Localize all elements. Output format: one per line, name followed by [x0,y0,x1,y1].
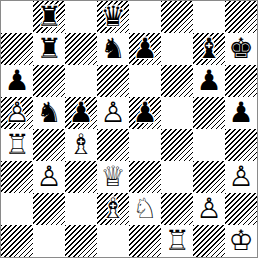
piece-black-knight: ♞♞ [97,33,129,65]
square-g3[interactable] [193,161,225,193]
white-queen-icon: ♕ [100,163,125,191]
white-bishop-icon: ♗ [100,195,125,223]
square-a2[interactable] [1,193,33,225]
square-a6[interactable]: ♟♟ [1,65,33,97]
piece-black-pawn: ♟♟ [1,65,33,97]
white-pawn-icon: ♙ [196,195,221,223]
white-knight-icon: ♘ [132,195,157,223]
square-d1[interactable] [97,225,129,257]
black-knight-icon: ♞ [36,99,61,127]
square-c3[interactable] [65,161,97,193]
black-pawn-icon: ♟ [4,67,29,95]
piece-white-pawn: ♟♙ [1,97,33,129]
square-e1[interactable] [129,225,161,257]
square-g8[interactable] [193,1,225,33]
square-d8[interactable]: ♛♛ [97,1,129,33]
square-c2[interactable] [65,193,97,225]
piece-white-pawn: ♟♙ [193,193,225,225]
square-d6[interactable] [97,65,129,97]
square-b5[interactable]: ♞♞ [33,97,65,129]
black-pawn-icon: ♟ [132,35,157,63]
piece-black-pawn: ♟♟ [65,97,97,129]
square-f4[interactable] [161,129,193,161]
piece-white-bishop: ♝♗ [65,129,97,161]
square-d7[interactable]: ♞♞ [97,33,129,65]
square-e8[interactable] [129,1,161,33]
chess-board: ♜♜♛♛♜♜♞♞♟♟♝♝♚♚♟♟♟♟♟♙♞♞♟♟♟♙♟♟♟♟♜♖♝♗♟♙♛♕♟♙… [1,1,257,257]
square-c6[interactable] [65,65,97,97]
square-a4[interactable]: ♜♖ [1,129,33,161]
square-g6[interactable]: ♟♟ [193,65,225,97]
black-bishop-icon: ♝ [196,35,221,63]
black-pawn-icon: ♟ [196,67,221,95]
piece-white-pawn: ♟♙ [33,161,65,193]
white-pawn-icon: ♙ [100,99,125,127]
square-f2[interactable] [161,193,193,225]
piece-white-rook: ♜♖ [161,225,193,257]
square-f6[interactable] [161,65,193,97]
white-pawn-icon: ♙ [4,99,29,127]
square-c5[interactable]: ♟♟ [65,97,97,129]
square-a7[interactable] [1,33,33,65]
piece-black-knight: ♞♞ [33,97,65,129]
piece-black-pawn: ♟♟ [225,97,257,129]
square-f1[interactable]: ♜♖ [161,225,193,257]
square-e5[interactable]: ♟♟ [129,97,161,129]
square-g1[interactable] [193,225,225,257]
black-pawn-icon: ♟ [228,99,253,127]
square-d5[interactable]: ♟♙ [97,97,129,129]
square-b6[interactable] [33,65,65,97]
square-a8[interactable] [1,1,33,33]
piece-white-bishop: ♝♗ [97,193,129,225]
black-rook-icon: ♜ [36,35,61,63]
black-rook-icon: ♜ [36,3,61,31]
square-h5[interactable]: ♟♟ [225,97,257,129]
piece-black-pawn: ♟♟ [129,33,161,65]
square-g7[interactable]: ♝♝ [193,33,225,65]
piece-white-pawn: ♟♙ [97,97,129,129]
square-d4[interactable] [97,129,129,161]
piece-white-knight: ♞♘ [129,193,161,225]
square-a1[interactable] [1,225,33,257]
square-e7[interactable]: ♟♟ [129,33,161,65]
square-b2[interactable] [33,193,65,225]
square-h8[interactable] [225,1,257,33]
square-c4[interactable]: ♝♗ [65,129,97,161]
square-e6[interactable] [129,65,161,97]
square-e3[interactable] [129,161,161,193]
square-c1[interactable] [65,225,97,257]
square-h4[interactable] [225,129,257,161]
square-f5[interactable] [161,97,193,129]
piece-white-queen: ♛♕ [97,161,129,193]
piece-black-rook: ♜♜ [33,33,65,65]
square-c7[interactable] [65,33,97,65]
piece-black-king: ♚♚ [225,33,257,65]
square-d2[interactable]: ♝♗ [97,193,129,225]
piece-black-pawn: ♟♟ [193,65,225,97]
square-g4[interactable] [193,129,225,161]
black-pawn-icon: ♟ [68,99,93,127]
square-b7[interactable]: ♜♜ [33,33,65,65]
black-queen-icon: ♛ [100,3,125,31]
black-king-icon: ♚ [228,35,253,63]
square-b4[interactable] [33,129,65,161]
square-a3[interactable] [1,161,33,193]
white-rook-icon: ♖ [4,131,29,159]
black-pawn-icon: ♟ [132,99,157,127]
square-g2[interactable]: ♟♙ [193,193,225,225]
square-f8[interactable] [161,1,193,33]
piece-black-queen: ♛♛ [97,1,129,33]
square-c8[interactable] [65,1,97,33]
square-e4[interactable] [129,129,161,161]
piece-white-rook: ♜♖ [1,129,33,161]
square-h7[interactable]: ♚♚ [225,33,257,65]
white-king-icon: ♔ [228,227,253,255]
piece-black-bishop: ♝♝ [193,33,225,65]
square-h3[interactable]: ♟♙ [225,161,257,193]
square-h6[interactable] [225,65,257,97]
black-knight-icon: ♞ [100,35,125,63]
square-b3[interactable]: ♟♙ [33,161,65,193]
piece-black-pawn: ♟♟ [129,97,161,129]
square-b1[interactable] [33,225,65,257]
chess-diagram-frame: ♜♜♛♛♜♜♞♞♟♟♝♝♚♚♟♟♟♟♟♙♞♞♟♟♟♙♟♟♟♟♜♖♝♗♟♙♛♕♟♙… [0,0,258,258]
square-b8[interactable]: ♜♜ [33,1,65,33]
piece-white-pawn: ♟♙ [225,161,257,193]
piece-black-rook: ♜♜ [33,1,65,33]
white-pawn-icon: ♙ [228,163,253,191]
square-g5[interactable] [193,97,225,129]
square-e2[interactable]: ♞♘ [129,193,161,225]
square-f7[interactable] [161,33,193,65]
square-a5[interactable]: ♟♙ [1,97,33,129]
square-f3[interactable] [161,161,193,193]
piece-white-king: ♚♔ [225,225,257,257]
white-pawn-icon: ♙ [36,163,61,191]
square-h1[interactable]: ♚♔ [225,225,257,257]
square-d3[interactable]: ♛♕ [97,161,129,193]
square-h2[interactable] [225,193,257,225]
white-bishop-icon: ♗ [68,131,93,159]
white-rook-icon: ♖ [164,227,189,255]
